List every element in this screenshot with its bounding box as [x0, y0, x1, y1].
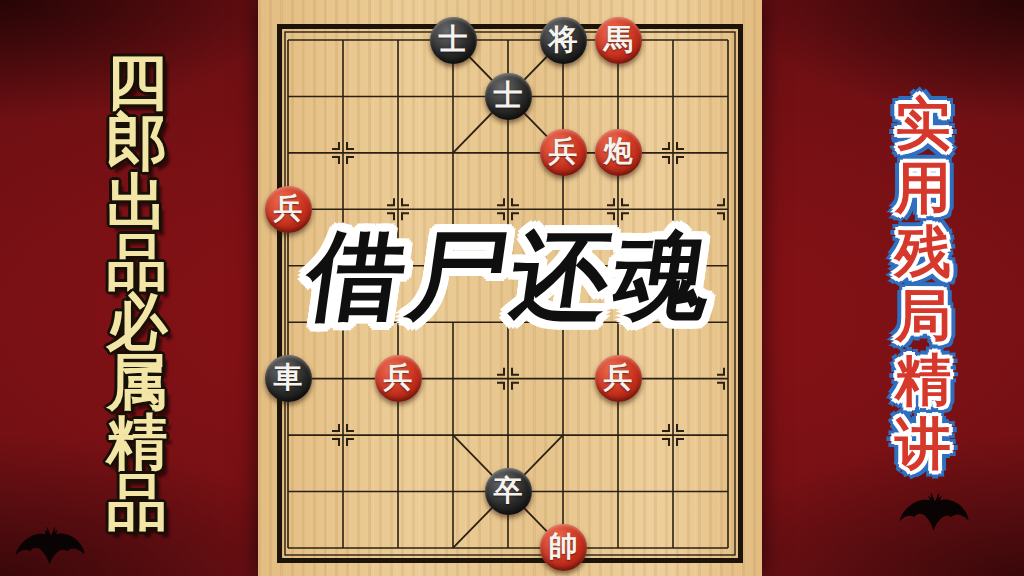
banner-char: 精: [107, 412, 168, 472]
piece-glyph: 兵: [384, 363, 413, 392]
left-banner: 四 郎 出 品 必 属 精 品: [92, 52, 182, 532]
banner-char: 精: [895, 348, 951, 412]
piece-red-soldier[interactable]: 兵: [265, 186, 312, 233]
piece-glyph: 馬: [604, 25, 633, 54]
piece-glyph: 士: [494, 81, 523, 110]
banner-char: 出: [107, 172, 168, 232]
banner-char: 四: [107, 52, 168, 112]
banner-char: 郎: [107, 112, 168, 172]
piece-red-cannon[interactable]: 炮: [595, 129, 642, 176]
piece-glyph: 将: [549, 25, 578, 54]
piece-glyph: 兵: [549, 137, 578, 166]
banner-char: 局: [895, 284, 951, 348]
piece-black-soldier[interactable]: 卒: [485, 468, 532, 515]
overlay-title: 借尸还魂: [299, 212, 725, 343]
banner-char: 品: [107, 472, 168, 532]
video-frame: 四 郎 出 品 必 属 精 品 士将馬士兵炮兵車兵兵卒帥 借尸还魂 实 用 残 …: [0, 0, 1024, 576]
piece-glyph: 車: [274, 363, 303, 392]
right-banner: 实 用 残 局 精 讲: [878, 92, 968, 476]
banner-char: 必: [107, 292, 168, 352]
piece-black-general[interactable]: 将: [540, 17, 587, 64]
piece-red-soldier[interactable]: 兵: [595, 355, 642, 402]
banner-char: 实: [895, 92, 951, 156]
piece-glyph: 炮: [604, 137, 633, 166]
piece-glyph: 兵: [274, 194, 303, 223]
piece-red-general[interactable]: 帥: [540, 524, 587, 571]
banner-char: 属: [107, 352, 168, 412]
bat-icon: [14, 524, 88, 568]
piece-glyph: 卒: [494, 476, 523, 505]
piece-glyph: 帥: [549, 532, 578, 561]
banner-char: 讲: [895, 412, 951, 476]
banner-char: 品: [107, 232, 168, 292]
piece-black-advisor[interactable]: 士: [485, 73, 532, 120]
piece-red-soldier[interactable]: 兵: [375, 355, 422, 402]
banner-char: 残: [895, 220, 951, 284]
piece-red-horse[interactable]: 馬: [595, 17, 642, 64]
piece-glyph: 士: [439, 25, 468, 54]
piece-red-soldier[interactable]: 兵: [540, 129, 587, 176]
bat-icon: [898, 490, 972, 534]
banner-char: 用: [895, 156, 951, 220]
piece-glyph: 兵: [604, 363, 633, 392]
piece-black-chariot[interactable]: 車: [265, 355, 312, 402]
piece-black-advisor[interactable]: 士: [430, 17, 477, 64]
